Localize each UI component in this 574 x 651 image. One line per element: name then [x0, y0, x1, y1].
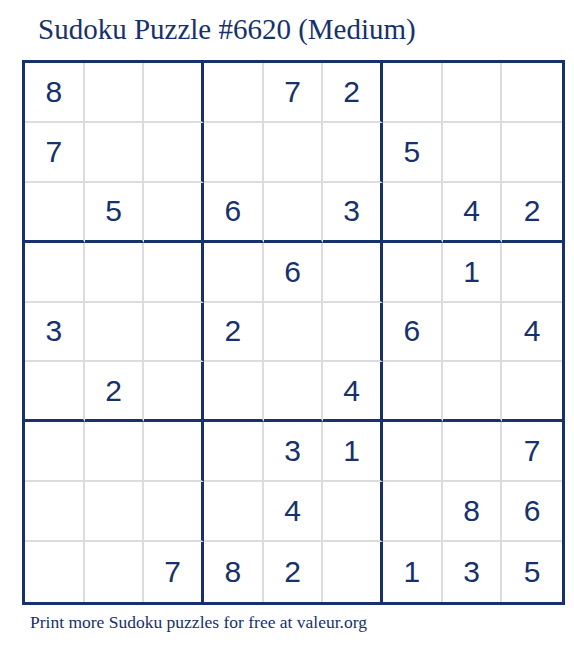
sudoku-cell-r1c6: 2 [323, 63, 383, 123]
sudoku-cell-r5c5 [264, 303, 324, 363]
sudoku-cell-r8c8: 8 [443, 482, 503, 542]
sudoku-cell-r7c4 [204, 422, 264, 482]
sudoku-cell-r2c8 [443, 123, 503, 183]
sudoku-cell-r4c8: 1 [443, 243, 503, 303]
sudoku-cell-r1c9 [502, 63, 562, 123]
sudoku-cell-r1c7 [383, 63, 443, 123]
sudoku-cell-r4c4 [204, 243, 264, 303]
sudoku-cell-r2c4 [204, 123, 264, 183]
sudoku-cell-r9c4: 8 [204, 542, 264, 602]
sudoku-cell-r7c8 [443, 422, 503, 482]
sudoku-cell-r7c7 [383, 422, 443, 482]
sudoku-cell-r6c5 [264, 362, 324, 422]
sudoku-cell-r6c9 [502, 362, 562, 422]
sudoku-cell-r5c3 [144, 303, 204, 363]
sudoku-board: 872755634261326424317486782135 [22, 60, 565, 605]
sudoku-cell-r8c5: 4 [264, 482, 324, 542]
sudoku-cell-r2c2 [85, 123, 145, 183]
sudoku-cell-r8c4 [204, 482, 264, 542]
sudoku-cell-r2c9 [502, 123, 562, 183]
sudoku-cell-r3c4: 6 [204, 183, 264, 243]
sudoku-cell-r4c9 [502, 243, 562, 303]
sudoku-cell-r8c9: 6 [502, 482, 562, 542]
sudoku-cell-r6c3 [144, 362, 204, 422]
sudoku-cell-r4c6 [323, 243, 383, 303]
sudoku-cell-r8c7 [383, 482, 443, 542]
sudoku-cell-r7c6: 1 [323, 422, 383, 482]
sudoku-cell-r5c6 [323, 303, 383, 363]
sudoku-cell-r5c9: 4 [502, 303, 562, 363]
sudoku-cell-r7c9: 7 [502, 422, 562, 482]
sudoku-cell-r9c9: 5 [502, 542, 562, 602]
sudoku-cell-r4c7 [383, 243, 443, 303]
sudoku-cell-r4c2 [85, 243, 145, 303]
sudoku-cell-r1c5: 7 [264, 63, 324, 123]
sudoku-cell-r9c8: 3 [443, 542, 503, 602]
sudoku-cell-r2c3 [144, 123, 204, 183]
sudoku-cell-r3c5 [264, 183, 324, 243]
sudoku-cell-r8c2 [85, 482, 145, 542]
sudoku-cell-r6c6: 4 [323, 362, 383, 422]
sudoku-cell-r6c7 [383, 362, 443, 422]
sudoku-cell-r8c6 [323, 482, 383, 542]
sudoku-cell-r6c4 [204, 362, 264, 422]
sudoku-cell-r2c7: 5 [383, 123, 443, 183]
sudoku-cell-r5c8 [443, 303, 503, 363]
page-title: Sudoku Puzzle #6620 (Medium) [38, 13, 416, 46]
sudoku-cell-r5c7: 6 [383, 303, 443, 363]
sudoku-cell-r5c4: 2 [204, 303, 264, 363]
sudoku-cell-r3c8: 4 [443, 183, 503, 243]
sudoku-cell-r3c9: 2 [502, 183, 562, 243]
sudoku-cell-r5c1: 3 [25, 303, 85, 363]
sudoku-cell-r6c8 [443, 362, 503, 422]
sudoku-cell-r5c2 [85, 303, 145, 363]
sudoku-cell-r1c3 [144, 63, 204, 123]
sudoku-cell-r9c3: 7 [144, 542, 204, 602]
sudoku-cell-r9c1 [25, 542, 85, 602]
sudoku-cell-r1c4 [204, 63, 264, 123]
sudoku-cell-r2c6 [323, 123, 383, 183]
sudoku-cell-r3c1 [25, 183, 85, 243]
sudoku-cell-r8c3 [144, 482, 204, 542]
sudoku-cell-r2c1: 7 [25, 123, 85, 183]
sudoku-cell-r4c1 [25, 243, 85, 303]
sudoku-cell-r1c1: 8 [25, 63, 85, 123]
sudoku-cell-r9c6 [323, 542, 383, 602]
sudoku-cell-r9c7: 1 [383, 542, 443, 602]
sudoku-cell-r6c1 [25, 362, 85, 422]
sudoku-cell-r3c7 [383, 183, 443, 243]
sudoku-cell-r3c2: 5 [85, 183, 145, 243]
sudoku-cell-r9c5: 2 [264, 542, 324, 602]
footer-text: Print more Sudoku puzzles for free at va… [30, 612, 367, 633]
sudoku-cell-r7c5: 3 [264, 422, 324, 482]
sudoku-cell-r2c5 [264, 123, 324, 183]
sudoku-cell-r6c2: 2 [85, 362, 145, 422]
sudoku-cell-r1c8 [443, 63, 503, 123]
sudoku-cell-r7c3 [144, 422, 204, 482]
sudoku-cell-r3c6: 3 [323, 183, 383, 243]
sudoku-cell-r9c2 [85, 542, 145, 602]
sudoku-cell-r3c3 [144, 183, 204, 243]
sudoku-cell-r4c5: 6 [264, 243, 324, 303]
sudoku-cell-r8c1 [25, 482, 85, 542]
sudoku-cell-r1c2 [85, 63, 145, 123]
sudoku-cell-r7c2 [85, 422, 145, 482]
sudoku-cell-r7c1 [25, 422, 85, 482]
sudoku-cell-r4c3 [144, 243, 204, 303]
